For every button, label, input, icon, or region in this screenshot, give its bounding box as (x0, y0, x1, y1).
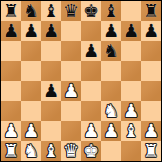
square-f3[interactable]: ♞ (101, 101, 121, 121)
piece-white-bishop-g2[interactable]: ♝ (123, 121, 139, 141)
square-e6[interactable]: ♟ (81, 41, 101, 61)
square-c7[interactable]: ♟ (41, 21, 61, 41)
square-h2[interactable]: ♟ (141, 121, 161, 141)
piece-white-bishop-c1[interactable]: ♝ (43, 141, 59, 161)
square-a4[interactable] (1, 81, 21, 101)
piece-white-rook-h1[interactable]: ♜ (143, 141, 159, 161)
square-h6[interactable] (141, 41, 161, 61)
piece-black-pawn-h7[interactable]: ♟ (143, 21, 159, 41)
square-e2[interactable]: ♟ (81, 121, 101, 141)
square-e8[interactable]: ♚ (81, 1, 101, 21)
piece-white-pawn-b2[interactable]: ♟ (23, 121, 39, 141)
chess-board: ♜♞♝♛♚♝♜♟♟♟♟♟♟♟♞♟♟♞♟♟♟♟♟♝♟♜♞♝♛♚♜ (1, 1, 161, 161)
square-g5[interactable] (121, 61, 141, 81)
square-b2[interactable]: ♟ (21, 121, 41, 141)
piece-white-pawn-d4[interactable]: ♟ (63, 81, 79, 101)
piece-white-pawn-a2[interactable]: ♟ (3, 121, 19, 141)
square-e7[interactable] (81, 21, 101, 41)
square-b5[interactable] (21, 61, 41, 81)
square-c3[interactable] (41, 101, 61, 121)
square-g4[interactable] (121, 81, 141, 101)
square-c1[interactable]: ♝ (41, 141, 61, 161)
square-d5[interactable] (61, 61, 81, 81)
square-f2[interactable]: ♟ (101, 121, 121, 141)
square-f4[interactable] (101, 81, 121, 101)
chess-board-frame: ♜♞♝♛♚♝♜♟♟♟♟♟♟♟♞♟♟♞♟♟♟♟♟♝♟♜♞♝♛♚♜ (0, 0, 162, 162)
square-f8[interactable]: ♝ (101, 1, 121, 21)
square-f1[interactable] (101, 141, 121, 161)
piece-black-rook-a8[interactable]: ♜ (3, 1, 19, 21)
square-b6[interactable] (21, 41, 41, 61)
piece-black-pawn-a7[interactable]: ♟ (3, 21, 19, 41)
square-a6[interactable] (1, 41, 21, 61)
square-a8[interactable]: ♜ (1, 1, 21, 21)
square-d2[interactable] (61, 121, 81, 141)
square-h5[interactable] (141, 61, 161, 81)
square-d7[interactable] (61, 21, 81, 41)
piece-black-queen-d8[interactable]: ♛ (63, 1, 79, 21)
square-f5[interactable] (101, 61, 121, 81)
piece-white-pawn-f2[interactable]: ♟ (103, 121, 119, 141)
square-a3[interactable] (1, 101, 21, 121)
square-g3[interactable]: ♟ (121, 101, 141, 121)
square-f6[interactable]: ♞ (101, 41, 121, 61)
piece-black-bishop-c8[interactable]: ♝ (43, 1, 59, 21)
square-h3[interactable] (141, 101, 161, 121)
piece-black-rook-h8[interactable]: ♜ (143, 1, 159, 21)
piece-white-pawn-g3[interactable]: ♟ (123, 101, 139, 121)
square-g1[interactable] (121, 141, 141, 161)
square-a5[interactable] (1, 61, 21, 81)
piece-white-knight-f3[interactable]: ♞ (103, 101, 119, 121)
square-c5[interactable] (41, 61, 61, 81)
square-c8[interactable]: ♝ (41, 1, 61, 21)
piece-black-pawn-b7[interactable]: ♟ (23, 21, 39, 41)
piece-white-pawn-h2[interactable]: ♟ (143, 121, 159, 141)
square-h7[interactable]: ♟ (141, 21, 161, 41)
square-g2[interactable]: ♝ (121, 121, 141, 141)
piece-white-queen-d1[interactable]: ♛ (63, 141, 79, 161)
square-h8[interactable]: ♜ (141, 1, 161, 21)
piece-black-bishop-f8[interactable]: ♝ (103, 1, 119, 21)
square-g8[interactable] (121, 1, 141, 21)
square-d3[interactable] (61, 101, 81, 121)
piece-black-king-e8[interactable]: ♚ (83, 1, 99, 21)
square-b7[interactable]: ♟ (21, 21, 41, 41)
piece-black-knight-f6[interactable]: ♞ (103, 41, 119, 61)
square-d6[interactable] (61, 41, 81, 61)
square-f7[interactable]: ♟ (101, 21, 121, 41)
piece-black-pawn-g7[interactable]: ♟ (123, 21, 139, 41)
square-a2[interactable]: ♟ (1, 121, 21, 141)
piece-black-knight-b8[interactable]: ♞ (23, 1, 39, 21)
square-g6[interactable] (121, 41, 141, 61)
piece-black-pawn-f7[interactable]: ♟ (103, 21, 119, 41)
square-h1[interactable]: ♜ (141, 141, 161, 161)
square-c2[interactable] (41, 121, 61, 141)
square-c4[interactable]: ♟ (41, 81, 61, 101)
square-b4[interactable] (21, 81, 41, 101)
piece-white-pawn-e2[interactable]: ♟ (83, 121, 99, 141)
square-d1[interactable]: ♛ (61, 141, 81, 161)
square-h4[interactable] (141, 81, 161, 101)
square-a1[interactable]: ♜ (1, 141, 21, 161)
piece-black-pawn-c7[interactable]: ♟ (43, 21, 59, 41)
piece-black-pawn-c4[interactable]: ♟ (43, 81, 59, 101)
square-c6[interactable] (41, 41, 61, 61)
square-b8[interactable]: ♞ (21, 1, 41, 21)
square-b1[interactable]: ♞ (21, 141, 41, 161)
square-g7[interactable]: ♟ (121, 21, 141, 41)
piece-black-pawn-e6[interactable]: ♟ (83, 41, 99, 61)
piece-white-knight-b1[interactable]: ♞ (23, 141, 39, 161)
square-e3[interactable] (81, 101, 101, 121)
square-e4[interactable] (81, 81, 101, 101)
square-e1[interactable]: ♚ (81, 141, 101, 161)
square-b3[interactable] (21, 101, 41, 121)
square-d4[interactable]: ♟ (61, 81, 81, 101)
piece-white-king-e1[interactable]: ♚ (83, 141, 99, 161)
piece-white-rook-a1[interactable]: ♜ (3, 141, 19, 161)
square-a7[interactable]: ♟ (1, 21, 21, 41)
square-e5[interactable] (81, 61, 101, 81)
square-d8[interactable]: ♛ (61, 1, 81, 21)
